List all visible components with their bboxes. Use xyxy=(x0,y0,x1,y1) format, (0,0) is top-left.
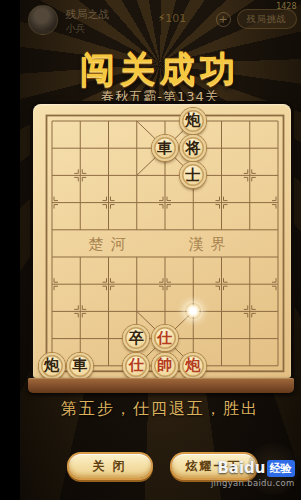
close-button[interactable]: 关 闭 xyxy=(69,454,151,478)
baidu-logo-text: Baidu xyxy=(217,459,265,477)
corner-counter: 1428 xyxy=(276,2,296,11)
player-name: 残局之战 xyxy=(66,7,110,22)
mode-button[interactable]: 残局挑战 xyxy=(237,9,297,29)
xiangqi-piece-black[interactable]: 卒 xyxy=(123,325,149,351)
xiangqi-piece-black[interactable]: 炮 xyxy=(39,353,65,379)
xiangqi-piece-black[interactable]: 炮 xyxy=(180,108,206,134)
xiangqi-piece-black[interactable]: 士 xyxy=(180,162,206,188)
player-avatar[interactable] xyxy=(28,5,58,35)
xiangqi-piece-red[interactable]: 炮 xyxy=(180,353,206,379)
move-origin-sparkle xyxy=(185,303,201,319)
energy-counter: ⚡101 xyxy=(158,12,187,25)
jingyan-url: jingyan.baidu.com xyxy=(211,478,295,488)
player-rank: 小兵 xyxy=(66,22,86,36)
piece-grid: 炮車将士卒仕炮車仕帥炮 xyxy=(37,107,291,379)
jingyan-badge: 经验 xyxy=(267,460,295,477)
victory-screen: 残局之战 小兵 ⚡101 + 残局挑战 1428 闯关成功 春秋五霸-第134关… xyxy=(20,0,301,500)
xiangqi-piece-black[interactable]: 車 xyxy=(67,353,93,379)
xiangqi-piece-black[interactable]: 将 xyxy=(180,135,206,161)
xiangqi-piece-black[interactable]: 車 xyxy=(152,135,178,161)
add-energy-button[interactable]: + xyxy=(216,12,231,27)
xiangqi-piece-red[interactable]: 仕 xyxy=(152,325,178,351)
top-bar: 残局之战 小兵 ⚡101 + 残局挑战 1428 xyxy=(20,0,301,42)
board-front-edge xyxy=(28,378,294,393)
winning-move-text: 第五步，仕四退五，胜出 xyxy=(20,399,301,420)
xiangqi-piece-red[interactable]: 帥 xyxy=(152,353,178,379)
xiangqi-board: 楚河 漢界 炮車将士卒仕炮車仕帥炮 xyxy=(33,104,291,378)
dialog-title: 闯关成功 xyxy=(20,46,301,93)
xiangqi-piece-red[interactable]: 仕 xyxy=(123,353,149,379)
energy-count: 101 xyxy=(165,12,186,25)
watermark: Baidu 经验 jingyan.baidu.com xyxy=(211,459,295,488)
